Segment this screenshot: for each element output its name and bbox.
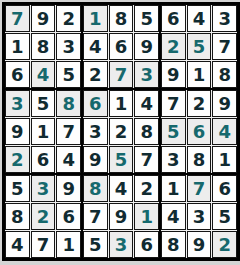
cell-r7c4-given[interactable]: 8 bbox=[83, 175, 108, 202]
cell-r2c3[interactable]: 3 bbox=[56, 33, 81, 60]
cell-r6c6[interactable]: 7 bbox=[134, 146, 159, 173]
cell-r8c5[interactable]: 9 bbox=[109, 203, 134, 230]
cell-r4c2[interactable]: 5 bbox=[31, 90, 56, 117]
cell-r3c1[interactable]: 6 bbox=[5, 61, 30, 88]
cell-r4c1-given[interactable]: 3 bbox=[5, 90, 30, 117]
cell-r6c4[interactable]: 9 bbox=[83, 146, 108, 173]
cell-r8c7[interactable]: 4 bbox=[161, 203, 186, 230]
cell-r6c9[interactable]: 1 bbox=[212, 146, 237, 173]
cell-r7c9[interactable]: 6 bbox=[212, 175, 237, 202]
cell-r9c2[interactable]: 7 bbox=[31, 231, 56, 258]
cell-r5c3[interactable]: 7 bbox=[56, 118, 81, 145]
cell-r9c8[interactable]: 9 bbox=[187, 231, 212, 258]
cell-r1c9[interactable]: 3 bbox=[212, 5, 237, 32]
cell-r7c8-given[interactable]: 7 bbox=[187, 175, 212, 202]
cell-r3c7[interactable]: 9 bbox=[161, 61, 186, 88]
box-7: 539826471 bbox=[5, 175, 81, 258]
cell-r7c7[interactable]: 1 bbox=[161, 175, 186, 202]
cell-r3c6-given[interactable]: 3 bbox=[134, 61, 159, 88]
cell-r5c4[interactable]: 3 bbox=[83, 118, 108, 145]
cell-r8c2-given[interactable]: 2 bbox=[31, 203, 56, 230]
cell-r4c7[interactable]: 7 bbox=[161, 90, 186, 117]
cell-r1c5[interactable]: 8 bbox=[109, 5, 134, 32]
cell-r1c7[interactable]: 6 bbox=[161, 5, 186, 32]
cell-r1c4-given[interactable]: 1 bbox=[83, 5, 108, 32]
cell-r4c4-given[interactable]: 6 bbox=[83, 90, 108, 117]
cell-r4c5[interactable]: 1 bbox=[109, 90, 134, 117]
cell-r9c5-given[interactable]: 3 bbox=[109, 231, 134, 258]
cell-r8c1[interactable]: 8 bbox=[5, 203, 30, 230]
cell-r2c8-given[interactable]: 5 bbox=[187, 33, 212, 60]
box-5: 614328957 bbox=[83, 90, 159, 173]
cell-r2c1[interactable]: 1 bbox=[5, 33, 30, 60]
cell-r7c6[interactable]: 2 bbox=[134, 175, 159, 202]
cell-r3c8[interactable]: 1 bbox=[187, 61, 212, 88]
cell-r8c9[interactable]: 5 bbox=[212, 203, 237, 230]
cell-r7c3[interactable]: 9 bbox=[56, 175, 81, 202]
cell-r5c1[interactable]: 9 bbox=[5, 118, 30, 145]
box-6: 729564381 bbox=[161, 90, 237, 173]
cell-r4c3-given[interactable]: 8 bbox=[56, 90, 81, 117]
cell-r1c6[interactable]: 5 bbox=[134, 5, 159, 32]
sudoku-board: 7921836451854692736432579183589172646143… bbox=[2, 2, 240, 261]
cell-r3c9[interactable]: 8 bbox=[212, 61, 237, 88]
cell-r1c2[interactable]: 9 bbox=[31, 5, 56, 32]
cell-r9c4[interactable]: 5 bbox=[83, 231, 108, 258]
cell-r3c3[interactable]: 5 bbox=[56, 61, 81, 88]
cell-r5c7-given[interactable]: 5 bbox=[161, 118, 186, 145]
cell-r9c9-given[interactable]: 2 bbox=[212, 231, 237, 258]
cell-r2c2[interactable]: 8 bbox=[31, 33, 56, 60]
box-1: 792183645 bbox=[5, 5, 81, 88]
cell-r6c5-given[interactable]: 5 bbox=[109, 146, 134, 173]
box-2: 185469273 bbox=[83, 5, 159, 88]
cell-r7c5[interactable]: 4 bbox=[109, 175, 134, 202]
box-4: 358917264 bbox=[5, 90, 81, 173]
cell-r6c1-given[interactable]: 2 bbox=[5, 146, 30, 173]
cell-r2c7-given[interactable]: 2 bbox=[161, 33, 186, 60]
box-9: 176435892 bbox=[161, 175, 237, 258]
cell-r1c1-given[interactable]: 7 bbox=[5, 5, 30, 32]
cell-r2c5[interactable]: 6 bbox=[109, 33, 134, 60]
cell-r6c2[interactable]: 6 bbox=[31, 146, 56, 173]
cell-r3c5-given[interactable]: 7 bbox=[109, 61, 134, 88]
cell-r9c3[interactable]: 1 bbox=[56, 231, 81, 258]
cell-r1c8[interactable]: 4 bbox=[187, 5, 212, 32]
box-8: 842791536 bbox=[83, 175, 159, 258]
cell-r7c2-given[interactable]: 3 bbox=[31, 175, 56, 202]
cell-r4c9[interactable]: 9 bbox=[212, 90, 237, 117]
cell-r6c7[interactable]: 3 bbox=[161, 146, 186, 173]
cell-r5c6[interactable]: 8 bbox=[134, 118, 159, 145]
cell-r2c9[interactable]: 7 bbox=[212, 33, 237, 60]
cell-r9c6[interactable]: 6 bbox=[134, 231, 159, 258]
sudoku-page: 7921836451854692736432579183589172646143… bbox=[0, 0, 240, 265]
cell-r5c5[interactable]: 2 bbox=[109, 118, 134, 145]
cell-r5c9-given[interactable]: 4 bbox=[212, 118, 237, 145]
cell-r9c1[interactable]: 4 bbox=[5, 231, 30, 258]
cell-r1c3[interactable]: 2 bbox=[56, 5, 81, 32]
box-3: 643257918 bbox=[161, 5, 237, 88]
cell-r6c3[interactable]: 4 bbox=[56, 146, 81, 173]
cell-r7c1[interactable]: 5 bbox=[5, 175, 30, 202]
cell-r8c8[interactable]: 3 bbox=[187, 203, 212, 230]
cell-r3c2-given[interactable]: 4 bbox=[31, 61, 56, 88]
cell-r2c4[interactable]: 4 bbox=[83, 33, 108, 60]
cell-r2c6[interactable]: 9 bbox=[134, 33, 159, 60]
cell-r8c6-given[interactable]: 1 bbox=[134, 203, 159, 230]
cell-r5c8-given[interactable]: 6 bbox=[187, 118, 212, 145]
cell-r4c8[interactable]: 2 bbox=[187, 90, 212, 117]
cell-r3c4[interactable]: 2 bbox=[83, 61, 108, 88]
cell-r5c2[interactable]: 1 bbox=[31, 118, 56, 145]
cell-r6c8[interactable]: 8 bbox=[187, 146, 212, 173]
cell-r4c6[interactable]: 4 bbox=[134, 90, 159, 117]
cell-r8c3[interactable]: 6 bbox=[56, 203, 81, 230]
cell-r9c7[interactable]: 8 bbox=[161, 231, 186, 258]
cell-r8c4[interactable]: 7 bbox=[83, 203, 108, 230]
